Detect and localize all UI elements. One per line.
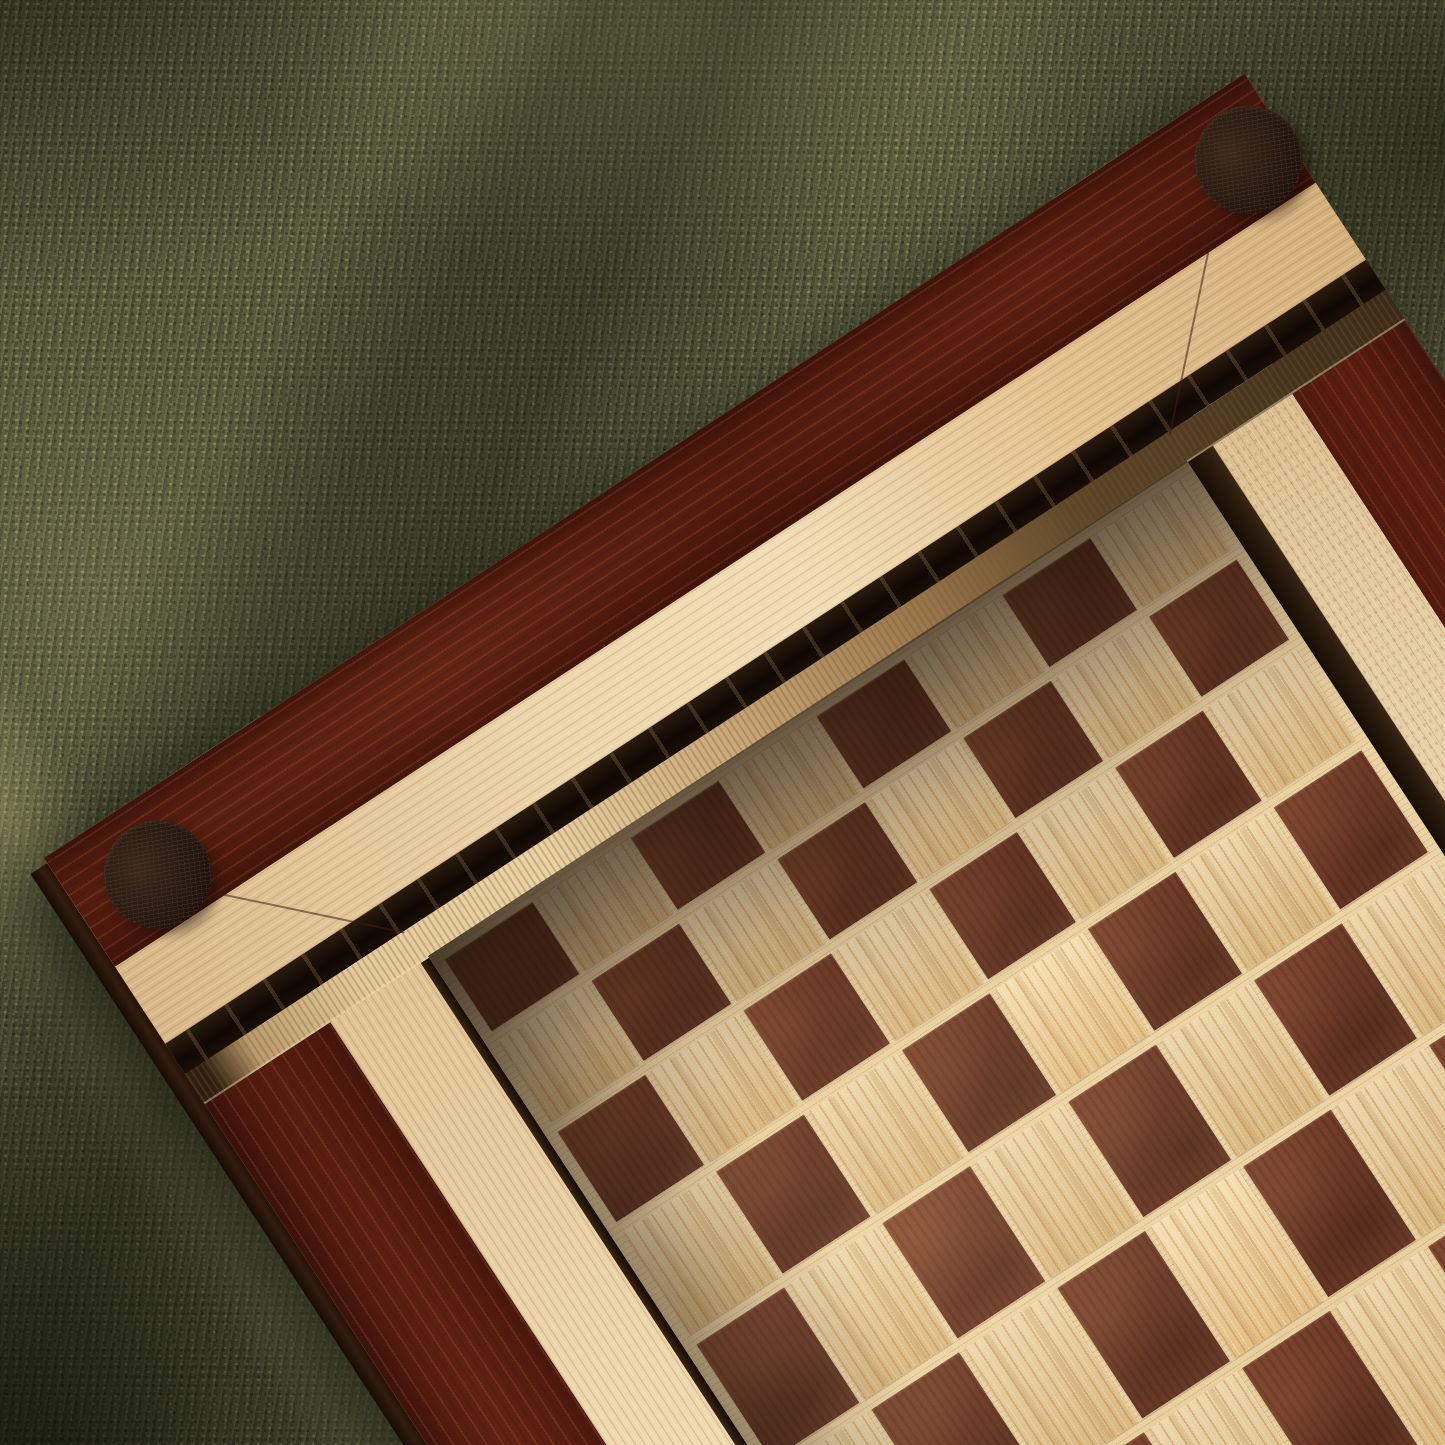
photo-scene [0,0,1445,1445]
